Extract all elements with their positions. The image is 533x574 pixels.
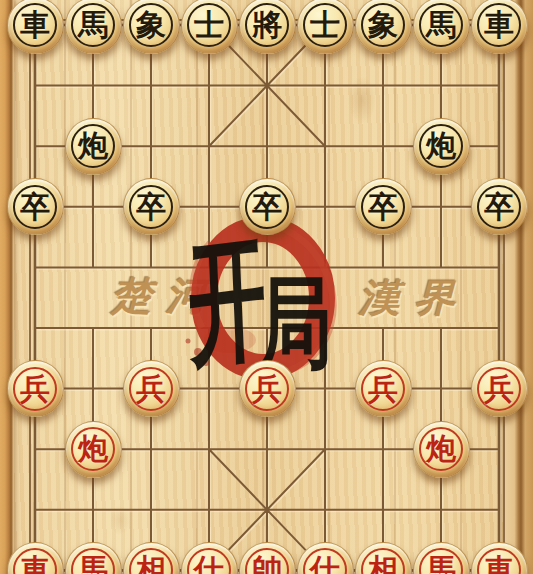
piece-glyph: 兵 bbox=[8, 361, 63, 416]
piece-glyph: 炮 bbox=[66, 119, 121, 174]
piece-black-車-r0c8[interactable]: 車 bbox=[471, 0, 528, 54]
piece-glyph: 炮 bbox=[414, 119, 469, 174]
piece-red-車-r9c8[interactable]: 車 bbox=[471, 542, 528, 574]
piece-glyph: 炮 bbox=[414, 422, 469, 477]
piece-black-將-r0c4[interactable]: 將 bbox=[239, 0, 296, 54]
piece-red-馬-r9c1[interactable]: 馬 bbox=[65, 542, 122, 574]
piece-glyph: 馬 bbox=[414, 543, 469, 574]
piece-glyph: 相 bbox=[356, 543, 411, 574]
piece-black-馬-r0c7[interactable]: 馬 bbox=[413, 0, 470, 54]
piece-red-炮-r7c7[interactable]: 炮 bbox=[413, 421, 470, 478]
piece-red-兵-r6c0[interactable]: 兵 bbox=[7, 360, 64, 417]
piece-red-仕-r9c3[interactable]: 仕 bbox=[181, 542, 238, 574]
piece-black-卒-r3c0[interactable]: 卒 bbox=[7, 178, 64, 235]
piece-red-兵-r6c6[interactable]: 兵 bbox=[355, 360, 412, 417]
piece-glyph: 馬 bbox=[414, 0, 469, 53]
piece-black-士-r0c3[interactable]: 士 bbox=[181, 0, 238, 54]
piece-black-卒-r3c4[interactable]: 卒 bbox=[239, 178, 296, 235]
piece-glyph: 馬 bbox=[66, 0, 121, 53]
piece-glyph: 士 bbox=[298, 0, 353, 53]
piece-red-相-r9c6[interactable]: 相 bbox=[355, 542, 412, 574]
piece-black-馬-r0c1[interactable]: 馬 bbox=[65, 0, 122, 54]
piece-black-卒-r3c2[interactable]: 卒 bbox=[123, 178, 180, 235]
piece-glyph: 卒 bbox=[472, 179, 527, 234]
piece-black-車-r0c0[interactable]: 車 bbox=[7, 0, 64, 54]
piece-glyph: 馬 bbox=[66, 543, 121, 574]
pieces-layer: 車馬象士將士象馬車炮炮卒卒卒卒卒兵兵兵兵兵炮炮車馬相仕帥仕相馬車 bbox=[0, 0, 533, 574]
piece-black-士-r0c5[interactable]: 士 bbox=[297, 0, 354, 54]
piece-red-兵-r6c4[interactable]: 兵 bbox=[239, 360, 296, 417]
piece-glyph: 車 bbox=[472, 543, 527, 574]
piece-red-馬-r9c7[interactable]: 馬 bbox=[413, 542, 470, 574]
piece-red-炮-r7c1[interactable]: 炮 bbox=[65, 421, 122, 478]
piece-glyph: 象 bbox=[124, 0, 179, 53]
piece-red-帥-r9c4[interactable]: 帥 bbox=[239, 542, 296, 574]
piece-glyph: 帥 bbox=[240, 543, 295, 574]
piece-black-卒-r3c8[interactable]: 卒 bbox=[471, 178, 528, 235]
piece-glyph: 兵 bbox=[356, 361, 411, 416]
piece-glyph: 兵 bbox=[240, 361, 295, 416]
piece-glyph: 仕 bbox=[298, 543, 353, 574]
piece-glyph: 車 bbox=[8, 543, 63, 574]
xiangqi-app: 楚河 漢界 开 局 車馬象士將士象馬車炮炮卒卒卒卒卒兵兵兵兵兵炮炮車馬相仕帥仕相… bbox=[0, 0, 533, 574]
piece-glyph: 車 bbox=[8, 0, 63, 53]
piece-glyph: 士 bbox=[182, 0, 237, 53]
piece-black-炮-r2c1[interactable]: 炮 bbox=[65, 118, 122, 175]
piece-red-仕-r9c5[interactable]: 仕 bbox=[297, 542, 354, 574]
piece-glyph: 卒 bbox=[356, 179, 411, 234]
piece-glyph: 兵 bbox=[124, 361, 179, 416]
piece-glyph: 炮 bbox=[66, 422, 121, 477]
piece-glyph: 將 bbox=[240, 0, 295, 53]
piece-glyph: 兵 bbox=[472, 361, 527, 416]
piece-glyph: 卒 bbox=[8, 179, 63, 234]
piece-black-象-r0c2[interactable]: 象 bbox=[123, 0, 180, 54]
piece-red-兵-r6c2[interactable]: 兵 bbox=[123, 360, 180, 417]
piece-glyph: 車 bbox=[472, 0, 527, 53]
piece-glyph: 象 bbox=[356, 0, 411, 53]
piece-glyph: 卒 bbox=[124, 179, 179, 234]
piece-red-相-r9c2[interactable]: 相 bbox=[123, 542, 180, 574]
piece-glyph: 卒 bbox=[240, 179, 295, 234]
piece-red-兵-r6c8[interactable]: 兵 bbox=[471, 360, 528, 417]
piece-red-車-r9c0[interactable]: 車 bbox=[7, 542, 64, 574]
piece-black-象-r0c6[interactable]: 象 bbox=[355, 0, 412, 54]
piece-black-炮-r2c7[interactable]: 炮 bbox=[413, 118, 470, 175]
piece-glyph: 仕 bbox=[182, 543, 237, 574]
piece-glyph: 相 bbox=[124, 543, 179, 574]
piece-black-卒-r3c6[interactable]: 卒 bbox=[355, 178, 412, 235]
